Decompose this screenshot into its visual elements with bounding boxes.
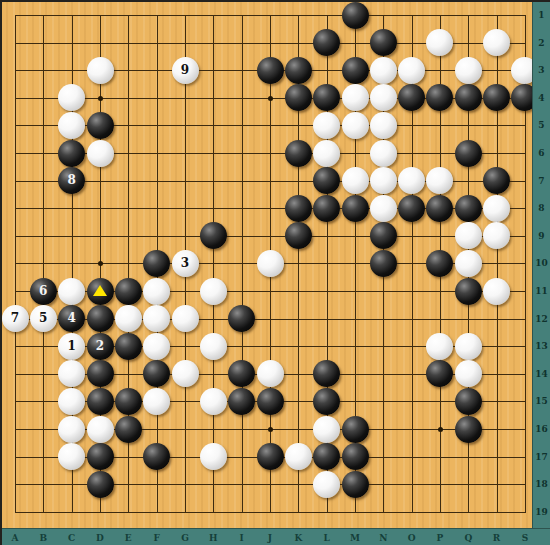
black-stone[interactable] <box>87 333 114 360</box>
white-stone[interactable] <box>200 443 227 470</box>
black-stone[interactable] <box>228 388 255 415</box>
row-label: 10 <box>533 258 550 268</box>
black-stone[interactable] <box>87 278 114 305</box>
column-label: N <box>373 533 393 543</box>
black-stone[interactable] <box>30 278 57 305</box>
row-label: 15 <box>533 396 550 406</box>
black-stone[interactable] <box>370 29 397 56</box>
black-stone[interactable] <box>313 29 340 56</box>
white-stone[interactable] <box>455 250 482 277</box>
row-label: 6 <box>533 148 550 158</box>
black-stone[interactable] <box>58 140 85 167</box>
white-stone[interactable] <box>370 57 397 84</box>
column-label: F <box>147 533 167 543</box>
black-stone[interactable] <box>87 443 114 470</box>
window-edge-top <box>0 0 550 2</box>
white-stone[interactable] <box>200 278 227 305</box>
column-label: A <box>5 533 25 543</box>
row-label: 12 <box>533 314 550 324</box>
white-stone[interactable] <box>58 84 85 111</box>
white-stone[interactable] <box>87 140 114 167</box>
white-stone[interactable] <box>143 278 170 305</box>
black-stone[interactable] <box>58 167 85 194</box>
white-stone[interactable] <box>483 222 510 249</box>
black-stone[interactable] <box>455 195 482 222</box>
window-edge-left <box>0 0 2 545</box>
row-label: 19 <box>533 507 550 517</box>
black-stone[interactable] <box>483 84 510 111</box>
black-stone[interactable] <box>285 195 312 222</box>
row-label: 18 <box>533 479 550 489</box>
column-label: B <box>33 533 53 543</box>
go-board-screenshot: 123456789 ABCDEFGHIJKLMNOPQRS12345678910… <box>0 0 550 545</box>
row-label: 8 <box>533 203 550 213</box>
black-stone[interactable] <box>370 222 397 249</box>
column-label: C <box>62 533 82 543</box>
white-stone[interactable] <box>58 278 85 305</box>
black-stone[interactable] <box>143 443 170 470</box>
column-label: G <box>175 533 195 543</box>
white-stone[interactable] <box>426 29 453 56</box>
row-label: 14 <box>533 369 550 379</box>
white-stone[interactable] <box>342 112 369 139</box>
white-stone[interactable] <box>398 167 425 194</box>
black-stone[interactable] <box>87 471 114 498</box>
white-stone[interactable] <box>58 416 85 443</box>
black-stone[interactable] <box>257 388 284 415</box>
black-stone[interactable] <box>426 360 453 387</box>
black-stone[interactable] <box>455 388 482 415</box>
black-stone[interactable] <box>342 57 369 84</box>
white-stone[interactable] <box>257 250 284 277</box>
white-stone[interactable] <box>455 57 482 84</box>
black-stone[interactable] <box>228 360 255 387</box>
black-stone[interactable] <box>285 57 312 84</box>
black-stone[interactable] <box>313 167 340 194</box>
black-stone[interactable] <box>455 416 482 443</box>
row-label: 4 <box>533 93 550 103</box>
white-stone[interactable] <box>172 57 199 84</box>
black-stone[interactable] <box>143 360 170 387</box>
white-stone[interactable] <box>455 333 482 360</box>
white-stone[interactable] <box>483 278 510 305</box>
white-stone[interactable] <box>313 471 340 498</box>
column-label: J <box>260 533 280 543</box>
white-stone[interactable] <box>483 195 510 222</box>
black-stone[interactable] <box>285 140 312 167</box>
black-stone[interactable] <box>228 305 255 332</box>
star-point <box>268 427 273 432</box>
column-label: L <box>317 533 337 543</box>
black-stone[interactable] <box>87 360 114 387</box>
column-label: I <box>232 533 252 543</box>
black-stone[interactable] <box>483 167 510 194</box>
white-stone[interactable] <box>285 443 312 470</box>
black-stone[interactable] <box>398 84 425 111</box>
row-label: 5 <box>533 120 550 130</box>
black-stone[interactable] <box>285 222 312 249</box>
black-stone[interactable] <box>426 84 453 111</box>
black-stone[interactable] <box>87 112 114 139</box>
white-stone[interactable] <box>58 443 85 470</box>
star-point <box>438 427 443 432</box>
white-stone[interactable] <box>58 333 85 360</box>
white-stone[interactable] <box>455 222 482 249</box>
row-label: 13 <box>533 341 550 351</box>
white-stone[interactable] <box>455 360 482 387</box>
black-stone[interactable] <box>87 388 114 415</box>
black-stone[interactable] <box>58 305 85 332</box>
row-label: 16 <box>533 424 550 434</box>
black-stone[interactable] <box>313 195 340 222</box>
black-stone[interactable] <box>115 333 142 360</box>
black-stone[interactable] <box>455 140 482 167</box>
white-stone[interactable] <box>172 305 199 332</box>
black-stone[interactable] <box>115 416 142 443</box>
white-stone[interactable] <box>398 57 425 84</box>
black-stone[interactable] <box>426 195 453 222</box>
row-label: 3 <box>533 65 550 75</box>
white-stone[interactable] <box>426 167 453 194</box>
white-stone[interactable] <box>370 140 397 167</box>
black-stone[interactable] <box>342 471 369 498</box>
white-stone[interactable] <box>200 388 227 415</box>
white-stone[interactable] <box>370 84 397 111</box>
row-label: 17 <box>533 452 550 462</box>
white-stone[interactable] <box>30 305 57 332</box>
white-stone[interactable] <box>313 112 340 139</box>
row-coordinate-strip <box>532 0 550 545</box>
white-stone[interactable] <box>370 112 397 139</box>
star-point <box>98 261 103 266</box>
white-stone[interactable] <box>313 416 340 443</box>
black-stone[interactable] <box>257 443 284 470</box>
black-stone[interactable] <box>370 250 397 277</box>
black-stone[interactable] <box>200 222 227 249</box>
black-stone[interactable] <box>143 250 170 277</box>
white-stone[interactable] <box>313 140 340 167</box>
black-stone[interactable] <box>115 388 142 415</box>
white-stone[interactable] <box>2 305 29 332</box>
white-stone[interactable] <box>370 167 397 194</box>
column-label: E <box>118 533 138 543</box>
black-stone[interactable] <box>115 278 142 305</box>
column-label: K <box>288 533 308 543</box>
star-point <box>268 96 273 101</box>
column-label: M <box>345 533 365 543</box>
white-stone[interactable] <box>342 167 369 194</box>
white-stone[interactable] <box>370 195 397 222</box>
white-stone[interactable] <box>58 388 85 415</box>
black-stone[interactable] <box>313 388 340 415</box>
row-label: 7 <box>533 176 550 186</box>
white-stone[interactable] <box>172 360 199 387</box>
black-stone[interactable] <box>342 2 369 29</box>
white-stone[interactable] <box>58 112 85 139</box>
star-point <box>98 96 103 101</box>
black-stone[interactable] <box>342 195 369 222</box>
black-stone[interactable] <box>455 278 482 305</box>
black-stone[interactable] <box>313 443 340 470</box>
black-stone[interactable] <box>426 250 453 277</box>
black-stone[interactable] <box>398 195 425 222</box>
column-label: Q <box>458 533 478 543</box>
white-stone[interactable] <box>143 333 170 360</box>
row-label: 1 <box>533 10 550 20</box>
black-stone[interactable] <box>342 416 369 443</box>
black-stone[interactable] <box>257 57 284 84</box>
column-label: R <box>487 533 507 543</box>
white-stone[interactable] <box>143 388 170 415</box>
row-label: 11 <box>533 286 550 296</box>
column-label: O <box>402 533 422 543</box>
column-label: P <box>430 533 450 543</box>
white-stone[interactable] <box>172 250 199 277</box>
black-stone[interactable] <box>285 84 312 111</box>
black-stone[interactable] <box>313 84 340 111</box>
white-stone[interactable] <box>143 305 170 332</box>
white-stone[interactable] <box>257 360 284 387</box>
black-stone[interactable] <box>313 360 340 387</box>
black-stone[interactable] <box>342 443 369 470</box>
white-stone[interactable] <box>426 333 453 360</box>
white-stone[interactable] <box>483 29 510 56</box>
column-label: H <box>203 533 223 543</box>
column-label: D <box>90 533 110 543</box>
column-label: S <box>515 533 535 543</box>
white-stone[interactable] <box>58 360 85 387</box>
black-stone[interactable] <box>455 84 482 111</box>
white-stone[interactable] <box>87 416 114 443</box>
white-stone[interactable] <box>115 305 142 332</box>
row-label: 9 <box>533 231 550 241</box>
white-stone[interactable] <box>200 333 227 360</box>
grid-line-horizontal <box>15 512 526 513</box>
white-stone[interactable] <box>342 84 369 111</box>
row-label: 2 <box>533 38 550 48</box>
black-stone[interactable] <box>87 305 114 332</box>
white-stone[interactable] <box>87 57 114 84</box>
